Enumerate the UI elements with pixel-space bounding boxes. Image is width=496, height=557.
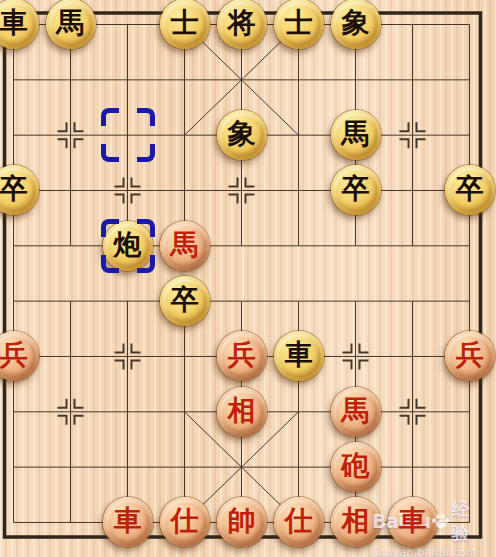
baidu-watermark: Baidu 经验 jingyan.baidu.com xyxy=(372,497,484,557)
piece-red-chariot[interactable]: 車 xyxy=(103,497,153,547)
piece-glyph: 将 xyxy=(228,9,256,37)
piece-red-general[interactable]: 帥 xyxy=(217,497,267,547)
piece-glyph: 象 xyxy=(342,9,370,37)
piece-glyph: 卒 xyxy=(342,175,370,203)
piece-black-elephant[interactable]: 象 xyxy=(331,0,381,49)
piece-black-advisor[interactable]: 士 xyxy=(160,0,210,49)
piece-glyph: 馬 xyxy=(171,231,199,259)
piece-glyph: 車 xyxy=(399,507,427,535)
piece-black-general[interactable]: 将 xyxy=(217,0,267,49)
piece-glyph: 卒 xyxy=(456,175,484,203)
board-grid xyxy=(0,0,496,557)
piece-black-horse[interactable]: 馬 xyxy=(331,110,381,160)
piece-glyph: 馬 xyxy=(57,9,85,37)
piece-glyph: 象 xyxy=(228,120,256,148)
piece-red-advisor[interactable]: 仕 xyxy=(160,497,210,547)
piece-glyph: 士 xyxy=(285,9,313,37)
piece-glyph: 兵 xyxy=(456,341,484,369)
piece-black-chariot[interactable]: 車 xyxy=(274,331,324,381)
piece-glyph: 相 xyxy=(342,507,370,535)
piece-glyph: 卒 xyxy=(0,175,28,203)
piece-black-soldier[interactable]: 卒 xyxy=(160,276,210,326)
piece-red-advisor[interactable]: 仕 xyxy=(274,497,324,547)
piece-glyph: 馬 xyxy=(342,120,370,148)
xiangqi-board: 車馬士将士象象馬卒卒卒炮馬卒兵兵車兵相馬砲車仕帥仕相車 Baidu 经验 jin… xyxy=(0,0,496,557)
watermark-suffix-text: 经验 xyxy=(451,497,484,545)
piece-glyph: 車 xyxy=(0,9,28,37)
piece-black-elephant[interactable]: 象 xyxy=(217,110,267,160)
piece-red-horse[interactable]: 馬 xyxy=(160,221,210,271)
piece-black-advisor[interactable]: 士 xyxy=(274,0,324,49)
piece-red-soldier[interactable]: 兵 xyxy=(445,331,495,381)
piece-glyph: 仕 xyxy=(171,507,199,535)
baidu-paw-icon xyxy=(432,513,449,529)
piece-black-soldier[interactable]: 卒 xyxy=(445,165,495,215)
piece-glyph: 士 xyxy=(171,9,199,37)
watermark-logo: Baidu 经验 xyxy=(372,497,484,545)
piece-glyph: 卒 xyxy=(171,286,199,314)
watermark-url: jingyan.baidu.com xyxy=(372,546,484,557)
piece-glyph: 仕 xyxy=(285,507,313,535)
piece-red-soldier[interactable]: 兵 xyxy=(217,331,267,381)
piece-black-cannon[interactable]: 炮 xyxy=(103,221,153,271)
piece-glyph: 兵 xyxy=(0,341,28,369)
piece-black-horse[interactable]: 馬 xyxy=(46,0,96,49)
piece-glyph: 車 xyxy=(285,341,313,369)
piece-glyph: 車 xyxy=(114,507,142,535)
piece-glyph: 相 xyxy=(228,397,256,425)
piece-glyph: 兵 xyxy=(228,341,256,369)
piece-red-cannon[interactable]: 砲 xyxy=(331,442,381,492)
piece-glyph: 馬 xyxy=(342,397,370,425)
piece-glyph: 炮 xyxy=(114,231,142,259)
piece-red-horse[interactable]: 馬 xyxy=(331,387,381,437)
piece-glyph: 砲 xyxy=(342,452,370,480)
piece-black-soldier[interactable]: 卒 xyxy=(331,165,381,215)
piece-red-elephant[interactable]: 相 xyxy=(217,387,267,437)
piece-glyph: 帥 xyxy=(228,507,256,535)
